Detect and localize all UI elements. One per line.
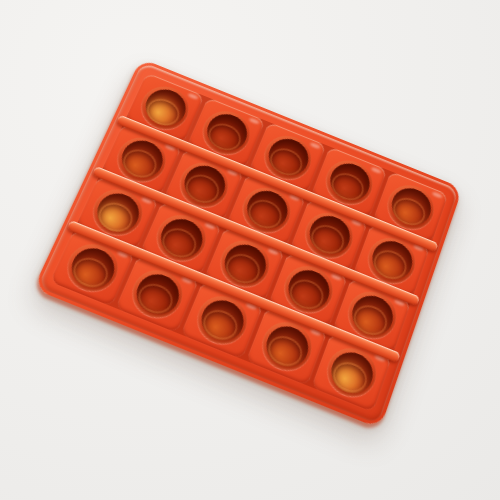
- well-r4c3: [195, 294, 249, 347]
- well-r4c5: [325, 346, 377, 399]
- tray: [33, 58, 462, 429]
- well-r4c2: [130, 268, 185, 320]
- photo-scene: [0, 0, 500, 500]
- well-r1c4: [324, 158, 374, 207]
- well-r1c5: [386, 183, 435, 232]
- well-r1c2: [201, 109, 252, 157]
- well-r1c1: [139, 84, 191, 132]
- well-r1c3: [263, 133, 313, 181]
- well-r4c1: [65, 242, 120, 294]
- well-r4c4: [260, 320, 313, 373]
